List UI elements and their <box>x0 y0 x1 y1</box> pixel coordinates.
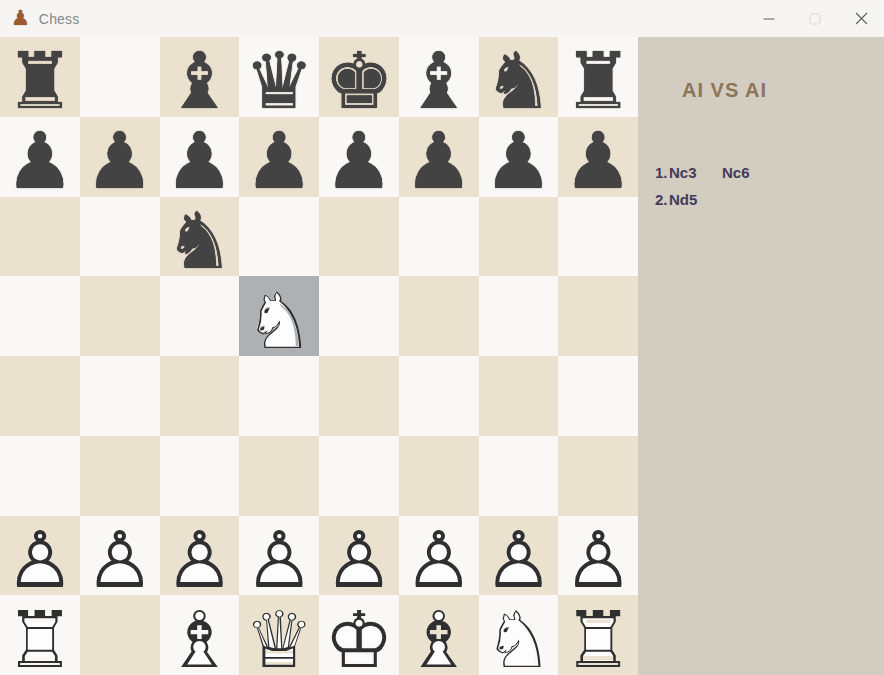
square-a1[interactable]: ♜♖ <box>0 595 80 675</box>
square-f5[interactable] <box>399 276 479 356</box>
sidebar: AI VS AI 1. Nc3 Nc6 2. Nd5 <box>638 37 884 675</box>
square-g3[interactable] <box>479 436 559 516</box>
square-a7[interactable]: ♟ <box>0 117 80 197</box>
move-row: 1. Nc3 Nc6 <box>655 159 884 186</box>
square-a4[interactable] <box>0 356 80 436</box>
window-title: Chess <box>39 11 80 27</box>
piece-black-pawn: ♟ <box>5 122 75 201</box>
square-g2[interactable]: ♟♙ <box>479 516 559 596</box>
minimize-button[interactable] <box>746 0 792 37</box>
piece-white-pawn: ♟♙ <box>164 521 234 600</box>
square-e7[interactable]: ♟ <box>319 117 399 197</box>
piece-black-pawn: ♟ <box>244 122 314 201</box>
square-d5[interactable]: ♞♘ <box>239 276 319 356</box>
move-row: 2. Nd5 <box>655 186 884 213</box>
square-e5[interactable] <box>319 276 399 356</box>
square-d6[interactable] <box>239 197 319 277</box>
square-a5[interactable] <box>0 276 80 356</box>
piece-white-queen: ♛♕ <box>244 601 314 675</box>
square-b5[interactable] <box>80 276 160 356</box>
square-d3[interactable] <box>239 436 319 516</box>
square-h2[interactable]: ♟♙ <box>558 516 638 596</box>
piece-white-pawn: ♟♙ <box>404 521 474 600</box>
square-a6[interactable] <box>0 197 80 277</box>
square-f4[interactable] <box>399 356 479 436</box>
square-d8[interactable]: ♛ <box>239 37 319 117</box>
square-f1[interactable]: ♝♗ <box>399 595 479 675</box>
square-f2[interactable]: ♟♙ <box>399 516 479 596</box>
square-h6[interactable] <box>558 197 638 277</box>
square-f8[interactable]: ♝ <box>399 37 479 117</box>
piece-black-pawn: ♟ <box>404 122 474 201</box>
move-black: Nc6 <box>722 164 750 181</box>
square-g5[interactable] <box>479 276 559 356</box>
title-bar: ♟ Chess <box>0 0 884 37</box>
app-window: ♟ Chess ♜♝♛♚♝♞♜♟♟♟♟♟♟♟♟♞♞♘♟♙♟♙♟♙♟♙ <box>0 0 884 675</box>
piece-white-pawn: ♟♙ <box>483 521 553 600</box>
move-list: 1. Nc3 Nc6 2. Nd5 <box>655 159 884 213</box>
piece-white-pawn: ♟♙ <box>5 521 75 600</box>
square-f3[interactable] <box>399 436 479 516</box>
square-h7[interactable]: ♟ <box>558 117 638 197</box>
piece-black-king: ♚ <box>324 42 394 121</box>
square-d7[interactable]: ♟ <box>239 117 319 197</box>
piece-black-rook: ♜ <box>563 42 633 121</box>
square-b2[interactable]: ♟♙ <box>80 516 160 596</box>
window-controls <box>746 0 884 37</box>
square-b7[interactable]: ♟ <box>80 117 160 197</box>
square-f6[interactable] <box>399 197 479 277</box>
square-b8[interactable] <box>80 37 160 117</box>
maximize-button[interactable] <box>792 0 838 37</box>
square-g7[interactable]: ♟ <box>479 117 559 197</box>
square-h8[interactable]: ♜ <box>558 37 638 117</box>
square-g4[interactable] <box>479 356 559 436</box>
move-number: 2. <box>655 191 669 208</box>
square-e1[interactable]: ♚♔ <box>319 595 399 675</box>
piece-black-pawn: ♟ <box>85 122 155 201</box>
square-c2[interactable]: ♟♙ <box>160 516 240 596</box>
square-g1[interactable]: ♞♘ <box>479 595 559 675</box>
square-h3[interactable] <box>558 436 638 516</box>
piece-black-pawn: ♟ <box>483 122 553 201</box>
square-e4[interactable] <box>319 356 399 436</box>
piece-black-knight: ♞ <box>164 202 234 281</box>
piece-black-knight: ♞ <box>483 42 553 121</box>
square-d1[interactable]: ♛♕ <box>239 595 319 675</box>
square-a8[interactable]: ♜ <box>0 37 80 117</box>
square-c6[interactable]: ♞ <box>160 197 240 277</box>
main-area: ♜♝♛♚♝♞♜♟♟♟♟♟♟♟♟♞♞♘♟♙♟♙♟♙♟♙♟♙♟♙♟♙♟♙♜♖♝♗♛♕… <box>0 37 884 675</box>
square-e8[interactable]: ♚ <box>319 37 399 117</box>
square-b6[interactable] <box>80 197 160 277</box>
square-g6[interactable] <box>479 197 559 277</box>
piece-white-rook: ♜♖ <box>563 601 633 675</box>
square-h4[interactable] <box>558 356 638 436</box>
piece-white-king: ♚♔ <box>324 601 394 675</box>
piece-white-pawn: ♟♙ <box>85 521 155 600</box>
square-d4[interactable] <box>239 356 319 436</box>
piece-white-knight: ♞♘ <box>483 601 553 675</box>
piece-white-rook: ♜♖ <box>5 601 75 675</box>
square-e3[interactable] <box>319 436 399 516</box>
move-white: Nc3 <box>669 164 722 181</box>
piece-white-bishop: ♝♗ <box>404 601 474 675</box>
piece-black-queen: ♛ <box>244 42 314 121</box>
piece-black-pawn: ♟ <box>563 122 633 201</box>
piece-black-pawn: ♟ <box>164 122 234 201</box>
square-e2[interactable]: ♟♙ <box>319 516 399 596</box>
square-c4[interactable] <box>160 356 240 436</box>
move-number: 1. <box>655 164 669 181</box>
square-c3[interactable] <box>160 436 240 516</box>
move-white: Nd5 <box>669 191 722 208</box>
square-h5[interactable] <box>558 276 638 356</box>
piece-white-pawn: ♟♙ <box>324 521 394 600</box>
maximize-icon <box>809 13 821 25</box>
close-icon <box>855 12 868 25</box>
square-c1[interactable]: ♝♗ <box>160 595 240 675</box>
square-a2[interactable]: ♟♙ <box>0 516 80 596</box>
square-d2[interactable]: ♟♙ <box>239 516 319 596</box>
square-h1[interactable]: ♜♖ <box>558 595 638 675</box>
game-mode-title: AI VS AI <box>682 80 884 100</box>
piece-white-pawn: ♟♙ <box>244 521 314 600</box>
piece-black-bishop: ♝ <box>164 42 234 121</box>
square-c7[interactable]: ♟ <box>160 117 240 197</box>
close-button[interactable] <box>838 0 884 37</box>
square-f7[interactable]: ♟ <box>399 117 479 197</box>
chess-app-icon: ♟ <box>11 8 30 29</box>
piece-black-rook: ♜ <box>5 42 75 121</box>
square-b1[interactable] <box>80 595 160 675</box>
chess-board: ♜♝♛♚♝♞♜♟♟♟♟♟♟♟♟♞♞♘♟♙♟♙♟♙♟♙♟♙♟♙♟♙♟♙♜♖♝♗♛♕… <box>0 37 638 675</box>
piece-black-bishop: ♝ <box>404 42 474 121</box>
piece-white-pawn: ♟♙ <box>563 521 633 600</box>
minimize-icon <box>763 13 775 25</box>
square-g8[interactable]: ♞ <box>479 37 559 117</box>
square-e6[interactable] <box>319 197 399 277</box>
piece-white-bishop: ♝♗ <box>164 601 234 675</box>
piece-white-knight: ♞♘ <box>244 282 314 361</box>
square-c8[interactable]: ♝ <box>160 37 240 117</box>
square-b3[interactable] <box>80 436 160 516</box>
square-b4[interactable] <box>80 356 160 436</box>
piece-black-pawn: ♟ <box>324 122 394 201</box>
square-c5[interactable] <box>160 276 240 356</box>
square-a3[interactable] <box>0 436 80 516</box>
